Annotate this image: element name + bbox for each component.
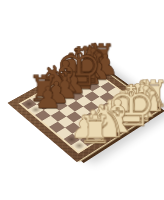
chess-board: ♜♞♝♚♛♝♞♜♟♟♟♟♟♟♟♟♟♟♟♟♟♟♟♟♜♞♝♚♛♝♞♜ — [7, 58, 158, 162]
piece-black-pawn-h7: ♟ — [33, 82, 44, 112]
product-photo: ♜♞♝♚♛♝♞♜♟♟♟♟♟♟♟♟♟♟♟♟♟♟♟♟♜♞♝♚♛♝♞♜ — [0, 0, 164, 200]
piece-white-rook-h1: ♜ — [77, 111, 89, 149]
